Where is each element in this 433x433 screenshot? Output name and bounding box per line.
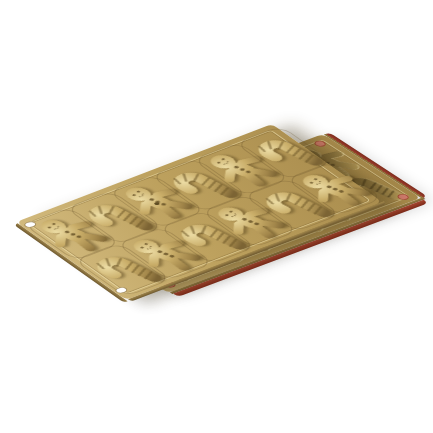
corner-hanging-hole: [23, 221, 38, 228]
product-photo: [0, 0, 433, 433]
corner-hole-red-dot: [313, 140, 327, 147]
corner-hanging-hole: [114, 287, 129, 294]
